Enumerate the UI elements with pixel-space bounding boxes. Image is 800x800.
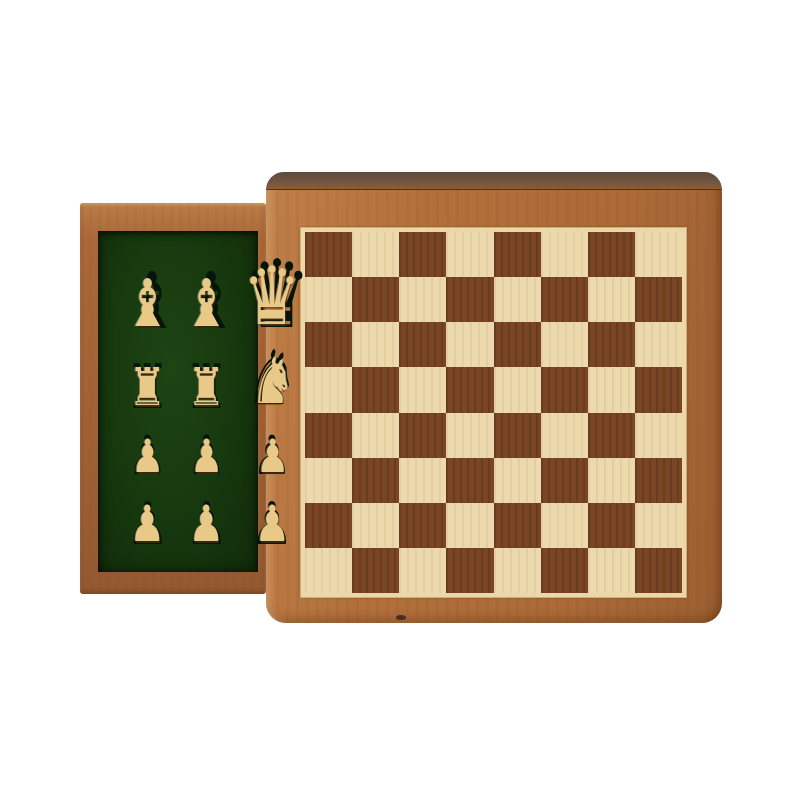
piece-rook: ♜♜	[177, 337, 236, 413]
piece-pawn: ♟♟	[177, 413, 236, 479]
piece-glyph: ♜	[129, 361, 166, 413]
piece-glyph: ♟	[256, 433, 289, 479]
piece-queen: ♛♛	[236, 257, 308, 337]
board-square	[399, 232, 446, 277]
board-square	[305, 232, 352, 277]
piece-glyph: ♝	[124, 271, 171, 337]
drawer-pieces-grid: ♝♝♝♝♛♛♜♜♜♜♞♞♟♟♟♟♟♟♟♟♟♟♟♟	[98, 231, 258, 572]
board-square	[352, 232, 399, 277]
board-square	[494, 548, 541, 593]
board-square	[446, 503, 493, 548]
board-square	[352, 548, 399, 593]
board-square	[588, 322, 635, 367]
board-square	[352, 322, 399, 367]
board-square	[588, 367, 635, 412]
piece-bishop: ♝♝	[118, 257, 177, 337]
board-square	[541, 367, 588, 412]
board-square	[305, 458, 352, 503]
board-square	[635, 413, 682, 458]
board-square	[541, 503, 588, 548]
piece-pawn: ♟♟	[177, 479, 236, 549]
piece-glyph: ♟	[189, 499, 225, 549]
board-border	[300, 227, 687, 598]
board-square	[352, 458, 399, 503]
board-square	[446, 548, 493, 593]
board-square	[399, 322, 446, 367]
board-square	[305, 277, 352, 322]
board-square	[494, 232, 541, 277]
board-square	[541, 232, 588, 277]
board-square	[446, 277, 493, 322]
piece-glyph: ♟	[254, 499, 290, 549]
board-square	[399, 413, 446, 458]
piece-glyph: ♟	[190, 433, 223, 479]
board-square	[305, 322, 352, 367]
board-square	[635, 458, 682, 503]
board-square	[635, 367, 682, 412]
board-square	[399, 548, 446, 593]
board-square	[635, 232, 682, 277]
piece-bishop: ♝♝	[177, 257, 236, 337]
board-square	[352, 367, 399, 412]
piece-pawn: ♟♟	[118, 413, 177, 479]
board-square	[446, 413, 493, 458]
chess-box	[266, 172, 722, 623]
piece-glyph: ♜	[188, 361, 225, 413]
board-square	[635, 503, 682, 548]
board-square	[399, 277, 446, 322]
piece-pawn: ♟♟	[118, 479, 177, 549]
board-square	[305, 548, 352, 593]
piece-glyph: ♞	[249, 349, 295, 413]
board-square	[541, 458, 588, 503]
board-square	[352, 413, 399, 458]
drawer-felt: ♝♝♝♝♛♛♜♜♜♜♞♞♟♟♟♟♟♟♟♟♟♟♟♟	[98, 231, 258, 572]
piece-knight: ♞♞	[236, 337, 308, 413]
piece-rook: ♜♜	[118, 337, 177, 413]
board-square	[494, 503, 541, 548]
board-square	[352, 503, 399, 548]
board-square	[588, 458, 635, 503]
board-square	[446, 322, 493, 367]
board-square	[588, 277, 635, 322]
board-square	[588, 503, 635, 548]
piece-glyph: ♟	[131, 433, 164, 479]
chess-board	[305, 232, 682, 593]
board-square	[494, 458, 541, 503]
board-square	[494, 322, 541, 367]
board-square	[541, 548, 588, 593]
board-square	[588, 413, 635, 458]
board-square	[541, 413, 588, 458]
board-square	[399, 503, 446, 548]
board-square	[494, 413, 541, 458]
chess-box-set-photo: ♝♝♝♝♛♛♜♜♜♜♞♞♟♟♟♟♟♟♟♟♟♟♟♟	[0, 0, 800, 800]
board-square	[446, 232, 493, 277]
board-square	[494, 277, 541, 322]
board-square	[305, 367, 352, 412]
board-square	[399, 458, 446, 503]
wood-knot	[396, 615, 406, 620]
piece-drawer: ♝♝♝♝♛♛♜♜♜♜♞♞♟♟♟♟♟♟♟♟♟♟♟♟	[80, 203, 266, 594]
board-square	[352, 277, 399, 322]
board-square	[588, 232, 635, 277]
box-lid-edge	[266, 172, 722, 190]
board-square	[541, 277, 588, 322]
piece-glyph: ♛	[244, 257, 301, 337]
piece-glyph: ♝	[183, 271, 230, 337]
piece-glyph: ♟	[130, 499, 166, 549]
board-square	[446, 458, 493, 503]
board-square	[446, 367, 493, 412]
board-square	[635, 548, 682, 593]
board-square	[635, 322, 682, 367]
board-square	[305, 413, 352, 458]
board-square	[541, 322, 588, 367]
board-square	[494, 367, 541, 412]
board-square	[399, 367, 446, 412]
board-square	[588, 548, 635, 593]
board-square	[635, 277, 682, 322]
board-square	[305, 503, 352, 548]
